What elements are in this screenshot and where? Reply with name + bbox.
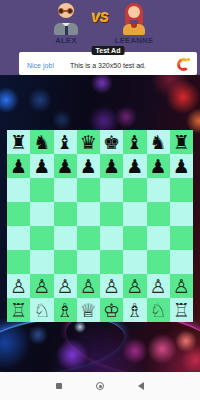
piece-white-pawn: ♙: [173, 277, 190, 296]
admob-logo-icon: [177, 58, 190, 71]
piece-white-pawn: ♙: [33, 277, 50, 296]
piece-white-king: ♔: [103, 301, 120, 320]
piece-black-pawn: ♟: [80, 157, 97, 176]
piece-white-rook: ♖: [173, 301, 190, 320]
square-h3[interactable]: [170, 250, 193, 274]
piece-black-rook: ♜: [10, 133, 27, 152]
square-a5[interactable]: [7, 202, 30, 226]
square-a1[interactable]: ♖: [7, 298, 30, 322]
piece-white-queen: ♕: [80, 301, 97, 320]
piece-white-bishop: ♗: [57, 301, 74, 320]
square-g4[interactable]: [147, 226, 170, 250]
square-d8[interactable]: ♛: [77, 130, 100, 154]
piece-black-queen: ♛: [80, 133, 97, 152]
piece-white-pawn: ♙: [103, 277, 120, 296]
square-d3[interactable]: [77, 250, 100, 274]
square-f1[interactable]: ♗: [123, 298, 146, 322]
square-f8[interactable]: ♝: [123, 130, 146, 154]
square-a4[interactable]: [7, 226, 30, 250]
bokeh-background: ♜♞♝♛♚♝♞♜♟♟♟♟♟♟♟♟♙♙♙♙♙♙♙♙♖♘♗♕♔♗♘♖: [0, 75, 200, 372]
square-g5[interactable]: [147, 202, 170, 226]
square-g6[interactable]: [147, 178, 170, 202]
android-navbar: [0, 372, 200, 400]
square-g3[interactable]: [147, 250, 170, 274]
back-button[interactable]: [138, 382, 144, 390]
piece-black-bishop: ♝: [126, 133, 143, 152]
square-c4[interactable]: [54, 226, 77, 250]
ad-body-text: This is a 320x50 test ad.: [70, 62, 146, 69]
square-d4[interactable]: [77, 226, 100, 250]
square-g7[interactable]: ♟: [147, 154, 170, 178]
player-right-avatar: [119, 3, 149, 35]
square-g2[interactable]: ♙: [147, 274, 170, 298]
piece-white-knight: ♘: [150, 301, 167, 320]
square-f5[interactable]: [123, 202, 146, 226]
piece-black-knight: ♞: [33, 133, 50, 152]
square-e3[interactable]: [100, 250, 123, 274]
square-a2[interactable]: ♙: [7, 274, 30, 298]
match-header: Alex VS Leeanne Test Ad Nice job! This i…: [0, 0, 200, 75]
square-h6[interactable]: [170, 178, 193, 202]
square-h1[interactable]: ♖: [170, 298, 193, 322]
square-d5[interactable]: [77, 202, 100, 226]
square-h2[interactable]: ♙: [170, 274, 193, 298]
home-button[interactable]: [96, 382, 104, 390]
square-f4[interactable]: [123, 226, 146, 250]
piece-black-pawn: ♟: [33, 157, 50, 176]
square-b4[interactable]: [30, 226, 53, 250]
player-left-name: Alex: [35, 36, 97, 45]
player-right-name: Leeanne: [103, 36, 165, 45]
square-b5[interactable]: [30, 202, 53, 226]
square-b1[interactable]: ♘: [30, 298, 53, 322]
square-h5[interactable]: [170, 202, 193, 226]
square-a8[interactable]: ♜: [7, 130, 30, 154]
square-c6[interactable]: [54, 178, 77, 202]
piece-black-pawn: ♟: [57, 157, 74, 176]
square-e8[interactable]: ♚: [100, 130, 123, 154]
square-e4[interactable]: [100, 226, 123, 250]
ad-banner[interactable]: Test Ad Nice job! This is a 320x50 test …: [19, 52, 197, 75]
square-e1[interactable]: ♔: [100, 298, 123, 322]
square-f7[interactable]: ♟: [123, 154, 146, 178]
piece-white-bishop: ♗: [126, 301, 143, 320]
square-a7[interactable]: ♟: [7, 154, 30, 178]
player-left-avatar: [51, 3, 81, 35]
piece-black-pawn: ♟: [173, 157, 190, 176]
square-a3[interactable]: [7, 250, 30, 274]
square-b7[interactable]: ♟: [30, 154, 53, 178]
square-e6[interactable]: [100, 178, 123, 202]
square-g8[interactable]: ♞: [147, 130, 170, 154]
square-d7[interactable]: ♟: [77, 154, 100, 178]
piece-white-knight: ♘: [33, 301, 50, 320]
square-d6[interactable]: [77, 178, 100, 202]
square-b2[interactable]: ♙: [30, 274, 53, 298]
test-ad-label: Test Ad: [92, 46, 125, 55]
chess-board: ♜♞♝♛♚♝♞♜♟♟♟♟♟♟♟♟♙♙♙♙♙♙♙♙♖♘♗♕♔♗♘♖: [7, 130, 193, 322]
piece-black-pawn: ♟: [103, 157, 120, 176]
piece-white-pawn: ♙: [150, 277, 167, 296]
square-c8[interactable]: ♝: [54, 130, 77, 154]
piece-black-bishop: ♝: [57, 133, 74, 152]
square-d2[interactable]: ♙: [77, 274, 100, 298]
piece-black-knight: ♞: [150, 133, 167, 152]
square-b3[interactable]: [30, 250, 53, 274]
square-e2[interactable]: ♙: [100, 274, 123, 298]
piece-white-pawn: ♙: [126, 277, 143, 296]
ad-reward-text: Nice job!: [27, 61, 54, 68]
avatar-face: [128, 6, 140, 18]
piece-white-rook: ♖: [10, 301, 27, 320]
avatar-tie: [65, 26, 68, 35]
piece-black-pawn: ♟: [10, 157, 27, 176]
square-f2[interactable]: ♙: [123, 274, 146, 298]
square-h7[interactable]: ♟: [170, 154, 193, 178]
square-c1[interactable]: ♗: [54, 298, 77, 322]
piece-white-pawn: ♙: [57, 277, 74, 296]
square-d1[interactable]: ♕: [77, 298, 100, 322]
square-a6[interactable]: [7, 178, 30, 202]
app-screen: Alex VS Leeanne Test Ad Nice job! This i…: [0, 0, 200, 400]
square-e7[interactable]: ♟: [100, 154, 123, 178]
piece-black-pawn: ♟: [150, 157, 167, 176]
recent-apps-button[interactable]: [56, 383, 62, 389]
glasses-bridge: [64, 10, 68, 12]
square-b6[interactable]: [30, 178, 53, 202]
vs-badge: VS: [88, 10, 113, 26]
square-c3[interactable]: [54, 250, 77, 274]
square-c2[interactable]: ♙: [54, 274, 77, 298]
square-f3[interactable]: [123, 250, 146, 274]
square-h4[interactable]: [170, 226, 193, 250]
square-c7[interactable]: ♟: [54, 154, 77, 178]
square-h8[interactable]: ♜: [170, 130, 193, 154]
piece-white-pawn: ♙: [80, 277, 97, 296]
square-f6[interactable]: [123, 178, 146, 202]
square-g1[interactable]: ♘: [147, 298, 170, 322]
square-e5[interactable]: [100, 202, 123, 226]
square-b8[interactable]: ♞: [30, 130, 53, 154]
piece-black-rook: ♜: [173, 133, 190, 152]
piece-black-king: ♚: [103, 133, 120, 152]
square-c5[interactable]: [54, 202, 77, 226]
piece-white-pawn: ♙: [10, 277, 27, 296]
piece-black-pawn: ♟: [126, 157, 143, 176]
